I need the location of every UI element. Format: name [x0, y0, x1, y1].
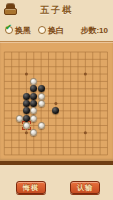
star-point [84, 73, 87, 76]
option-play-black[interactable]: ✔ 换黑 [5, 25, 31, 36]
resign-button[interactable]: 认输 [70, 181, 100, 194]
board-grid [0, 42, 113, 161]
star-point [54, 102, 57, 105]
last-move-marker [22, 121, 31, 130]
radio-unselected-icon[interactable] [38, 26, 46, 34]
white-stone [38, 100, 45, 107]
star-point [84, 131, 87, 134]
side-select-bar: ✔ 换黑 换白 步数:10 [0, 23, 113, 37]
gomoku-board[interactable] [0, 41, 113, 165]
check-icon: ✔ [5, 24, 12, 32]
page-title: 五子棋 [0, 4, 113, 17]
option-play-white[interactable]: 换白 [38, 25, 64, 36]
move-counter-value: 10 [99, 26, 108, 35]
star-point [25, 131, 28, 134]
move-counter-label: 步数: [80, 26, 99, 35]
move-counter: 步数:10 [80, 25, 108, 36]
radio-selected-icon[interactable]: ✔ [5, 26, 13, 34]
option-play-white-label: 换白 [48, 25, 64, 36]
black-stone [30, 93, 37, 100]
white-stone [38, 122, 45, 129]
black-stone [23, 100, 30, 107]
option-play-black-label: 换黑 [15, 25, 31, 36]
game-screen: 五子棋 ✔ 换黑 换白 步数:10 悔棋 认输 [0, 0, 113, 200]
black-stone [38, 85, 45, 92]
undo-button[interactable]: 悔棋 [16, 181, 46, 194]
star-point [25, 73, 28, 76]
header: 五子棋 [0, 0, 113, 21]
white-stone [30, 115, 37, 122]
white-stone [38, 93, 45, 100]
black-stone [23, 93, 30, 100]
